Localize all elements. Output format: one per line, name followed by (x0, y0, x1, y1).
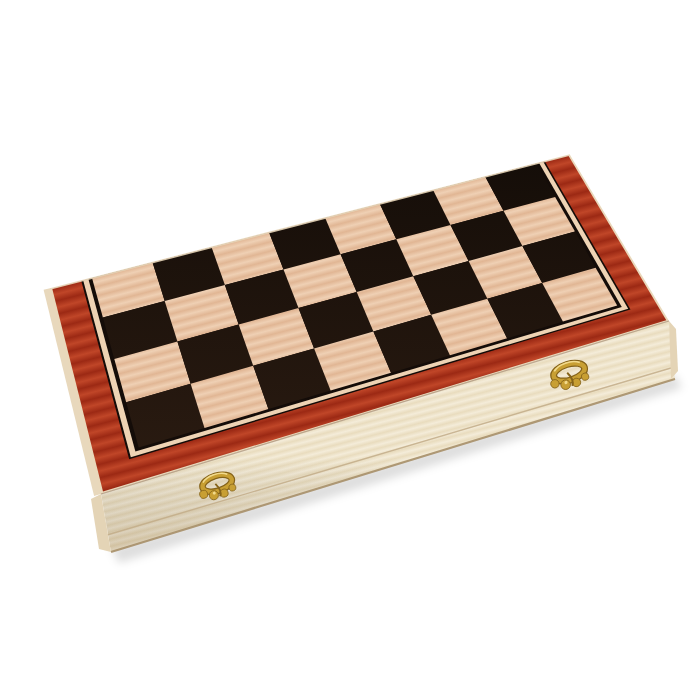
chess-box-product-photo (0, 0, 700, 700)
folded-chessboard-box (0, 0, 700, 700)
